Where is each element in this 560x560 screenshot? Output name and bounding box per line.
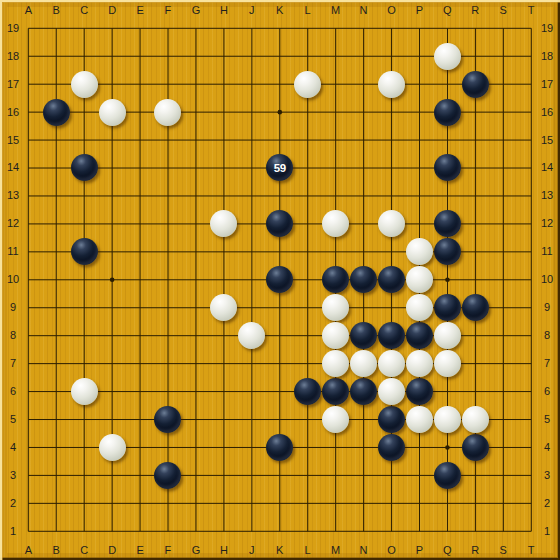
stone-white-Q18[interactable]	[434, 43, 461, 70]
stone-black-Q9[interactable]	[434, 294, 461, 321]
col-label-Q: Q	[433, 545, 461, 556]
stone-black-P6[interactable]	[406, 378, 433, 405]
col-label-G: G	[182, 545, 210, 556]
stone-black-N6[interactable]	[350, 378, 377, 405]
stone-black-F5[interactable]	[154, 406, 181, 433]
stone-black-R9[interactable]	[462, 294, 489, 321]
stone-white-D4[interactable]	[99, 434, 126, 461]
stone-white-C17[interactable]	[71, 71, 98, 98]
stone-black-O10[interactable]	[378, 266, 405, 293]
stone-white-P9[interactable]	[406, 294, 433, 321]
col-label-P: P	[405, 545, 433, 556]
stone-white-P7[interactable]	[406, 350, 433, 377]
col-label-F: F	[154, 545, 182, 556]
stone-black-N8[interactable]	[350, 322, 377, 349]
stone-white-N7[interactable]	[350, 350, 377, 377]
stone-white-C6[interactable]	[71, 378, 98, 405]
go-board[interactable]: ABCDEFGHJKLMNOPQRST ABCDEFGHJKLMNOPQRST …	[0, 0, 560, 560]
stone-white-Q8[interactable]	[434, 322, 461, 349]
stone-white-P11[interactable]	[406, 238, 433, 265]
stone-white-O12[interactable]	[378, 210, 405, 237]
stone-black-R17[interactable]	[462, 71, 489, 98]
stone-black-M6[interactable]	[322, 378, 349, 405]
col-label-J: J	[238, 545, 266, 556]
move-number-label: 59	[266, 154, 293, 181]
stone-white-H12[interactable]	[210, 210, 237, 237]
stone-white-M5[interactable]	[322, 406, 349, 433]
stone-white-M9[interactable]	[322, 294, 349, 321]
stone-black-P8[interactable]	[406, 322, 433, 349]
stone-black-M10[interactable]	[322, 266, 349, 293]
stone-black-C14[interactable]	[71, 154, 98, 181]
stone-black-N10[interactable]	[350, 266, 377, 293]
col-label-A: A	[14, 545, 42, 556]
stone-white-M7[interactable]	[322, 350, 349, 377]
stone-black-Q12[interactable]	[434, 210, 461, 237]
go-board-grid[interactable]: 59	[14, 14, 545, 545]
col-label-H: H	[210, 545, 238, 556]
stone-white-L17[interactable]	[294, 71, 321, 98]
col-label-C: C	[70, 545, 98, 556]
stone-white-M12[interactable]	[322, 210, 349, 237]
stone-black-F3[interactable]	[154, 462, 181, 489]
col-label-M: M	[322, 545, 350, 556]
stone-white-Q7[interactable]	[434, 350, 461, 377]
stone-black-Q16[interactable]	[434, 99, 461, 126]
stone-black-C11[interactable]	[71, 238, 98, 265]
col-label-L: L	[294, 545, 322, 556]
stone-white-R5[interactable]	[462, 406, 489, 433]
col-label-K: K	[266, 545, 294, 556]
stone-white-P5[interactable]	[406, 406, 433, 433]
stone-white-H9[interactable]	[210, 294, 237, 321]
stone-black-K10[interactable]	[266, 266, 293, 293]
column-labels-bottom: ABCDEFGHJKLMNOPQRST	[14, 544, 545, 556]
stone-white-O6[interactable]	[378, 378, 405, 405]
stone-white-O7[interactable]	[378, 350, 405, 377]
stone-white-J8[interactable]	[238, 322, 265, 349]
col-label-R: R	[461, 545, 489, 556]
stone-black-K12[interactable]	[266, 210, 293, 237]
stone-white-D16[interactable]	[99, 99, 126, 126]
stone-black-Q3[interactable]	[434, 462, 461, 489]
col-label-N: N	[350, 545, 378, 556]
col-label-S: S	[489, 545, 517, 556]
stone-white-M8[interactable]	[322, 322, 349, 349]
stone-black-B16[interactable]	[43, 99, 70, 126]
stone-white-O17[interactable]	[378, 71, 405, 98]
stone-black-O4[interactable]	[378, 434, 405, 461]
stone-black-K14[interactable]: 59	[266, 154, 293, 181]
col-label-T: T	[517, 545, 545, 556]
stone-white-Q5[interactable]	[434, 406, 461, 433]
stone-white-F16[interactable]	[154, 99, 181, 126]
col-label-O: O	[378, 545, 406, 556]
stone-white-P10[interactable]	[406, 266, 433, 293]
stone-black-K4[interactable]	[266, 434, 293, 461]
stone-black-Q14[interactable]	[434, 154, 461, 181]
stone-black-L6[interactable]	[294, 378, 321, 405]
col-label-D: D	[98, 545, 126, 556]
stone-black-O8[interactable]	[378, 322, 405, 349]
stone-black-O5[interactable]	[378, 406, 405, 433]
col-label-E: E	[126, 545, 154, 556]
stone-black-R4[interactable]	[462, 434, 489, 461]
stone-black-Q11[interactable]	[434, 238, 461, 265]
col-label-B: B	[42, 545, 70, 556]
